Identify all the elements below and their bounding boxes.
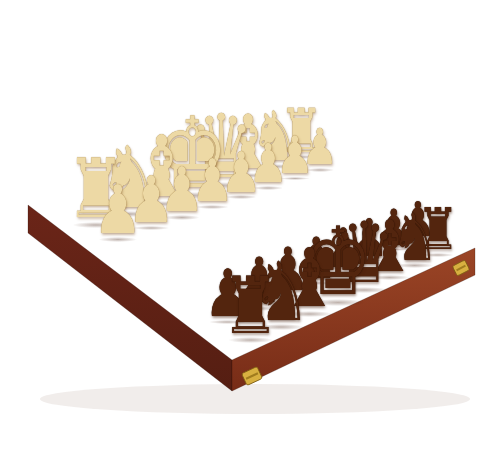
rank-label-left-5: 5 [142, 281, 155, 290]
fold-seam [128, 185, 387, 282]
square-a1 [271, 136, 315, 157]
square-f4 [190, 224, 241, 251]
piece-white-king-e1: ♚ [151, 104, 231, 202]
square-f1 [127, 178, 179, 203]
square-d6 [291, 233, 339, 259]
piece-white-pawn-c2: ♟ [246, 137, 290, 191]
piece-black-pawn-e7: ♟ [293, 230, 340, 287]
square-g2 [116, 203, 169, 229]
square-a5 [349, 190, 393, 213]
file-label-front-f: f [314, 308, 323, 317]
file-label-front-b: b [417, 261, 428, 269]
board-frame: 11h22g33f44e55d66c77b88a [28, 124, 475, 360]
square-e4 [220, 213, 270, 239]
piece-white-queen-d1: ♛ [185, 103, 257, 191]
square-f8 [276, 286, 326, 315]
square-g4 [158, 234, 211, 261]
square-e6 [262, 243, 311, 270]
file-label-front-g: g [283, 321, 296, 331]
file-label-front-d: d [367, 284, 379, 293]
piece-white-knight-g1: ♞ [95, 135, 165, 220]
rank-label-right-2: 2 [327, 150, 338, 157]
square-f7 [254, 270, 305, 298]
square-a2 [290, 149, 334, 171]
drop-shadow [40, 384, 470, 414]
square-c1 [217, 152, 264, 175]
square-h7 [192, 294, 246, 324]
rank-label-left-8: 8 [210, 332, 223, 342]
square-f5 [211, 239, 262, 266]
piece-black-pawn-b7: ♟ [373, 203, 414, 253]
square-b4 [304, 185, 349, 208]
square-d8 [333, 263, 380, 290]
square-g6 [202, 266, 255, 295]
pieces-layer: ♜♞♝♛♚♝♞♜♟♟♟♟♟♟♟♟♟♟♟♟♟♟♟♟♜♞♝♛♚♝♞♜ [0, 0, 500, 450]
rank-label-right-8: 8 [442, 232, 453, 240]
piece-black-pawn-h7: ♟ [201, 261, 255, 326]
piece-black-knight-g8: ♞ [247, 251, 314, 333]
piece-black-pawn-g7: ♟ [233, 250, 284, 312]
piece-white-pawn-a2: ♟ [300, 123, 341, 173]
square-e7 [284, 259, 333, 286]
file-label-front-c: c [393, 272, 404, 280]
piece-black-bishop-f8: ♝ [277, 238, 343, 319]
square-d3 [229, 189, 277, 213]
square-e1 [159, 169, 209, 193]
file-label-front-h: h [253, 335, 266, 345]
piece-black-pawn-f7: ♟ [264, 240, 313, 300]
piece-white-bishop-f1: ♝ [127, 125, 196, 210]
piece-black-rook-a8: ♜ [414, 201, 461, 259]
piece-white-knight-b1: ♞ [247, 102, 303, 171]
square-c5 [297, 208, 343, 233]
piece-white-pawn-g2: ♟ [124, 168, 177, 232]
rank-label-left-7: 7 [187, 315, 200, 325]
rank-label-right-6: 6 [403, 204, 414, 211]
square-b2 [264, 157, 309, 180]
piece-black-bishop-c8: ♝ [361, 211, 419, 282]
square-b1 [245, 143, 291, 165]
square-d5 [270, 218, 318, 243]
square-a7 [388, 218, 431, 242]
rank-label-left-2: 2 [76, 231, 89, 240]
square-h4 [125, 245, 180, 273]
square-f6 [233, 254, 284, 282]
square-b6 [344, 213, 389, 237]
rank-label-left-3: 3 [98, 248, 111, 257]
square-g5 [180, 250, 233, 278]
square-c8 [359, 252, 405, 278]
rank-label-left-4: 4 [120, 264, 133, 273]
brass-latch-2 [452, 260, 469, 276]
rank-label-right-7: 7 [423, 218, 434, 225]
rank-label-right-3: 3 [346, 164, 357, 171]
square-h1 [60, 198, 115, 225]
box-side-front [232, 248, 475, 391]
square-c6 [318, 223, 364, 248]
square-d7 [312, 248, 359, 274]
square-c7 [338, 237, 384, 262]
piece-black-knight-b8: ♞ [387, 205, 441, 270]
square-h2 [82, 213, 137, 240]
square-e5 [241, 228, 290, 254]
square-c2 [237, 166, 284, 189]
piece-black-queen-d8: ♛ [330, 211, 399, 295]
square-d2 [209, 174, 257, 198]
piece-black-pawn-c7: ♟ [348, 212, 391, 264]
chess-board [60, 136, 451, 342]
square-e2 [179, 184, 229, 209]
chess-set-product-photo: 11h22g33f44e55d66c77b88a ♜♞♝♛♚♝♞♜♟♟♟♟♟♟♟… [0, 0, 500, 450]
square-a4 [329, 176, 373, 199]
square-e8 [305, 274, 354, 302]
piece-black-rook-h8: ♜ [218, 267, 283, 346]
square-b3 [284, 171, 329, 194]
square-a6 [368, 204, 411, 228]
square-g3 [137, 219, 190, 246]
piece-white-rook-a1: ♜ [276, 101, 326, 162]
square-a8 [408, 232, 451, 256]
square-f3 [169, 208, 220, 234]
piece-black-king-e8: ♚ [299, 215, 376, 309]
square-d4 [249, 203, 297, 228]
rank-label-right-4: 4 [365, 177, 376, 184]
file-label-front-e: e [341, 296, 352, 305]
piece-black-pawn-d7: ♟ [321, 221, 366, 276]
square-g1 [95, 188, 149, 214]
square-h5 [147, 262, 202, 291]
square-c3 [257, 180, 304, 204]
box-side-left [28, 205, 232, 391]
piece-white-pawn-e2: ♟ [188, 152, 236, 211]
piece-white-rook-h1: ♜ [63, 148, 130, 230]
rank-label-left-6: 6 [165, 298, 178, 308]
board-coordinates: 11h22g33f44e55d66c77b88a [28, 124, 300, 205]
rank-label-right-5: 5 [384, 191, 395, 198]
square-g8 [246, 298, 298, 328]
square-h3 [103, 229, 158, 257]
square-h8 [214, 311, 268, 342]
piece-white-bishop-c1: ♝ [218, 106, 279, 180]
square-a3 [310, 163, 354, 185]
square-g7 [224, 282, 276, 311]
square-b5 [324, 199, 369, 223]
rank-label-right-1: 1 [308, 137, 319, 144]
square-d1 [189, 160, 238, 183]
box-base [0, 0, 500, 450]
square-h6 [170, 278, 224, 308]
piece-white-pawn-b2: ♟ [273, 130, 315, 182]
square-c4 [277, 194, 323, 218]
piece-white-pawn-f2: ♟ [157, 160, 207, 222]
piece-black-pawn-a7: ♟ [398, 195, 437, 243]
piece-white-pawn-d2: ♟ [218, 145, 264, 201]
square-b8 [384, 242, 428, 267]
square-e3 [200, 198, 250, 223]
file-label-front-a: a [440, 251, 451, 259]
square-f2 [148, 193, 200, 219]
square-b7 [364, 227, 409, 252]
brass-latch-1 [242, 367, 263, 386]
piece-white-pawn-h2: ♟ [90, 177, 145, 244]
rank-label-left-1: 1 [55, 215, 68, 224]
